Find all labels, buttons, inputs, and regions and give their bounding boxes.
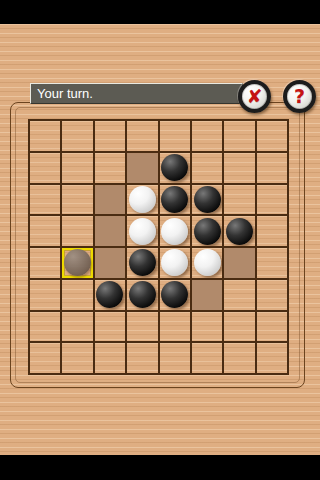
board-cell-r0c4[interactable] — [160, 121, 190, 151]
board-cell-r7c0[interactable] — [30, 343, 60, 373]
board-cell-r0c7[interactable] — [257, 121, 287, 151]
close-x-icon: ✘ — [247, 87, 263, 106]
status-message: Your turn. — [37, 86, 93, 101]
board-cell-r3c2[interactable] — [95, 216, 125, 246]
board-cell-r2c1[interactable] — [62, 185, 92, 215]
screen: Your turn. ✘ ? — [0, 0, 320, 480]
board-cell-r2c5[interactable] — [192, 185, 222, 215]
board-cell-r4c5[interactable] — [192, 248, 222, 278]
board-cell-r3c4[interactable] — [160, 216, 190, 246]
white-stone — [161, 249, 188, 276]
board-cell-r5c6[interactable] — [224, 280, 254, 310]
board-cell-r1c6[interactable] — [224, 153, 254, 183]
board-cell-r3c3[interactable] — [127, 216, 157, 246]
board-cell-r1c7[interactable] — [257, 153, 287, 183]
board-cell-r1c3[interactable] — [127, 153, 157, 183]
board-cell-r2c3[interactable] — [127, 185, 157, 215]
board-cell-r6c2[interactable] — [95, 312, 125, 342]
board-cell-r1c0[interactable] — [30, 153, 60, 183]
board-cell-r4c0[interactable] — [30, 248, 60, 278]
board-cell-r6c0[interactable] — [30, 312, 60, 342]
board-cell-r6c6[interactable] — [224, 312, 254, 342]
game-board — [28, 119, 289, 375]
black-stone — [226, 218, 253, 245]
board-cell-r5c0[interactable] — [30, 280, 60, 310]
board-cell-r7c1[interactable] — [62, 343, 92, 373]
board-cell-r6c4[interactable] — [160, 312, 190, 342]
board-cell-r7c6[interactable] — [224, 343, 254, 373]
white-stone — [129, 218, 156, 245]
board-cell-r7c3[interactable] — [127, 343, 157, 373]
board-cell-r0c6[interactable] — [224, 121, 254, 151]
board-cell-r3c5[interactable] — [192, 216, 222, 246]
status-bar: Your turn. — [30, 83, 243, 104]
board-cell-r1c4[interactable] — [160, 153, 190, 183]
board-cell-r3c0[interactable] — [30, 216, 60, 246]
wood-background: Your turn. ✘ ? — [0, 24, 320, 455]
black-stone — [161, 281, 188, 308]
board-cell-r2c4[interactable] — [160, 185, 190, 215]
black-stone — [161, 154, 188, 181]
board-cell-r3c6[interactable] — [224, 216, 254, 246]
board-cell-r6c3[interactable] — [127, 312, 157, 342]
board-cell-r6c5[interactable] — [192, 312, 222, 342]
board-cell-r4c3[interactable] — [127, 248, 157, 278]
board-cell-r1c5[interactable] — [192, 153, 222, 183]
board-cell-r1c2[interactable] — [95, 153, 125, 183]
board-cell-r0c0[interactable] — [30, 121, 60, 151]
board-cell-r4c4[interactable] — [160, 248, 190, 278]
black-stone — [194, 186, 221, 213]
white-stone — [161, 218, 188, 245]
board-cell-r0c5[interactable] — [192, 121, 222, 151]
top-black-bar — [0, 0, 320, 24]
black-stone — [129, 281, 156, 308]
close-button[interactable]: ✘ — [238, 80, 271, 113]
board-cell-r5c3[interactable] — [127, 280, 157, 310]
board-cell-r5c2[interactable] — [95, 280, 125, 310]
board-cell-r5c1[interactable] — [62, 280, 92, 310]
board-cell-r5c5[interactable] — [192, 280, 222, 310]
white-stone — [129, 186, 156, 213]
board-cell-r0c3[interactable] — [127, 121, 157, 151]
board-cell-r6c7[interactable] — [257, 312, 287, 342]
board-cell-r2c6[interactable] — [224, 185, 254, 215]
board-cell-r4c6[interactable] — [224, 248, 254, 278]
board-cell-r2c7[interactable] — [257, 185, 287, 215]
board-cell-r0c2[interactable] — [95, 121, 125, 151]
board-cell-r7c5[interactable] — [192, 343, 222, 373]
board-cell-r3c1[interactable] — [62, 216, 92, 246]
board-cell-r4c7[interactable] — [257, 248, 287, 278]
board-cell-r5c7[interactable] — [257, 280, 287, 310]
bottom-black-bar — [0, 455, 320, 480]
board-cell-r0c1[interactable] — [62, 121, 92, 151]
board-cell-r5c4[interactable] — [160, 280, 190, 310]
ghost-stone — [64, 249, 91, 276]
black-stone — [129, 249, 156, 276]
board-cell-r7c2[interactable] — [95, 343, 125, 373]
board-cell-r4c1[interactable] — [62, 248, 92, 278]
board-cell-r6c1[interactable] — [62, 312, 92, 342]
board-cell-r2c0[interactable] — [30, 185, 60, 215]
board-cell-r4c2[interactable] — [95, 248, 125, 278]
board-cell-r1c1[interactable] — [62, 153, 92, 183]
black-stone — [161, 186, 188, 213]
black-stone — [194, 218, 221, 245]
black-stone — [96, 281, 123, 308]
board-cell-r7c4[interactable] — [160, 343, 190, 373]
help-button[interactable]: ? — [283, 80, 316, 113]
help-question-icon: ? — [294, 87, 305, 106]
board-cell-r2c2[interactable] — [95, 185, 125, 215]
white-stone — [194, 249, 221, 276]
board-cell-r7c7[interactable] — [257, 343, 287, 373]
board-cell-r3c7[interactable] — [257, 216, 287, 246]
